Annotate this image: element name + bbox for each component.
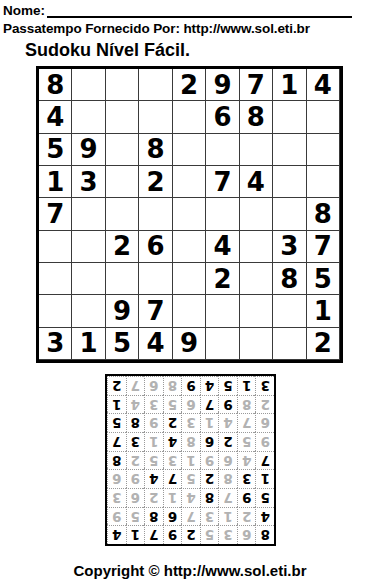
- solution-cell-r7c8: 8: [126, 413, 145, 432]
- puzzle-cell-r2c1: 4: [39, 101, 72, 133]
- solution-cell-r4c1: 1: [255, 469, 274, 488]
- solution-cell-r2c8: 5: [126, 507, 145, 526]
- solution-cell-r6c5: 8: [181, 432, 200, 451]
- solution-cell-r7c9: 5: [107, 413, 126, 432]
- puzzle-cell-r8c8: [273, 295, 306, 327]
- solution-cell-r8c1: 2: [255, 395, 274, 414]
- solution-cell-r4c3: 8: [218, 469, 237, 488]
- puzzle-cell-r7c5: [173, 263, 206, 295]
- solution-cell-r9c7: 6: [144, 376, 163, 395]
- solution-cell-r1c7: 7: [144, 525, 163, 544]
- solution-cell-r5c3: 6: [218, 451, 237, 470]
- puzzle-cell-r4c2: 3: [72, 166, 105, 198]
- puzzle-cell-r9c5: 9: [173, 328, 206, 360]
- puzzle-cell-r7c7: [240, 263, 273, 295]
- solution-cell-r2c7: 8: [144, 507, 163, 526]
- solution-cell-r5c1: 7: [255, 451, 274, 470]
- puzzle-cell-r3c9: [307, 134, 340, 166]
- solution-cell-r7c7: 9: [144, 413, 163, 432]
- puzzle-cell-r6c8: 3: [273, 231, 306, 263]
- puzzle-cell-r2c9: [307, 101, 340, 133]
- solution-cell-r1c1: 8: [255, 525, 274, 544]
- solution-cell-r6c9: 7: [107, 432, 126, 451]
- solution-cell-r4c9: 6: [107, 469, 126, 488]
- solution-cell-r9c8: 7: [126, 376, 145, 395]
- puzzle-cell-r6c2: [72, 231, 105, 263]
- solution-cell-r2c3: 1: [218, 507, 237, 526]
- solution-cell-r1c5: 2: [181, 525, 200, 544]
- solution-cell-r8c3: 9: [218, 395, 237, 414]
- puzzle-cell-r9c4: 4: [139, 328, 172, 360]
- puzzle-cell-r8c1: [39, 295, 72, 327]
- puzzle-cell-r8c5: [173, 295, 206, 327]
- solution-cell-r5c7: 5: [144, 451, 163, 470]
- puzzle-cell-r4c7: 4: [240, 166, 273, 198]
- puzzle-cell-r5c9: 8: [307, 198, 340, 230]
- puzzle-cell-r9c7: [240, 328, 273, 360]
- solution-cell-r9c1: 3: [255, 376, 274, 395]
- page-title: Sudoku Nível Fácil.: [25, 40, 190, 61]
- solution-cell-r7c2: 7: [237, 413, 256, 432]
- puzzle-cell-r5c8: [273, 198, 306, 230]
- puzzle-cell-r7c9: 5: [307, 263, 340, 295]
- puzzle-cell-r3c5: [173, 134, 206, 166]
- name-field-row: Nome:: [3, 3, 352, 18]
- solution-cell-r2c1: 4: [255, 507, 274, 526]
- puzzle-cell-r9c1: 3: [39, 328, 72, 360]
- puzzle-cell-r3c3: [106, 134, 139, 166]
- puzzle-cell-r3c1: 5: [39, 134, 72, 166]
- puzzle-cell-r9c3: 5: [106, 328, 139, 360]
- puzzle-cell-r1c5: 2: [173, 69, 206, 101]
- solution-cell-r3c2: 9: [237, 488, 256, 507]
- solution-cell-r2c4: 3: [200, 507, 219, 526]
- solution-cell-r6c2: 5: [237, 432, 256, 451]
- solution-cell-r6c7: 1: [144, 432, 163, 451]
- puzzle-cell-r4c4: 2: [139, 166, 172, 198]
- solution-cell-r4c5: 5: [181, 469, 200, 488]
- solution-cell-r4c2: 3: [237, 469, 256, 488]
- solution-cell-r8c9: 1: [107, 395, 126, 414]
- solution-cell-r3c1: 5: [255, 488, 274, 507]
- solution-cell-r7c1: 6: [255, 413, 274, 432]
- puzzle-cell-r1c1: 8: [39, 69, 72, 101]
- solution-cell-r1c4: 5: [200, 525, 219, 544]
- puzzle-cell-r8c7: [240, 295, 273, 327]
- solution-cell-r4c6: 7: [163, 469, 182, 488]
- puzzle-cell-r3c4: 8: [139, 134, 172, 166]
- solution-cell-r1c2: 6: [237, 525, 256, 544]
- solution-cell-r2c9: 9: [107, 507, 126, 526]
- solution-cell-r5c6: 3: [163, 451, 182, 470]
- solution-cell-r9c5: 9: [181, 376, 200, 395]
- puzzle-cell-r9c8: [273, 328, 306, 360]
- puzzle-cell-r2c7: 8: [240, 101, 273, 133]
- puzzle-cell-r7c3: [106, 263, 139, 295]
- puzzle-cell-r5c1: 7: [39, 198, 72, 230]
- puzzle-cell-r1c2: [72, 69, 105, 101]
- puzzle-cell-r7c6: 2: [206, 263, 239, 295]
- puzzle-cell-r1c8: 1: [273, 69, 306, 101]
- solution-cell-r3c4: 8: [200, 488, 219, 507]
- solution-cell-r1c6: 9: [163, 525, 182, 544]
- name-underline: [47, 4, 352, 18]
- puzzle-cell-r1c6: 9: [206, 69, 239, 101]
- puzzle-cell-r2c2: [72, 101, 105, 133]
- sudoku-page: Nome: Passatempo Fornecido Por: http://w…: [0, 0, 380, 585]
- puzzle-cell-r8c9: 1: [307, 295, 340, 327]
- solution-cell-r6c6: 4: [163, 432, 182, 451]
- puzzle-cell-r4c8: [273, 166, 306, 198]
- puzzle-cell-r6c5: [173, 231, 206, 263]
- puzzle-cell-r7c8: 8: [273, 263, 306, 295]
- puzzle-cell-r6c9: 7: [307, 231, 340, 263]
- puzzle-cell-r5c6: [206, 198, 239, 230]
- puzzle-cell-r7c4: [139, 263, 172, 295]
- solution-cell-r5c4: 9: [200, 451, 219, 470]
- solution-cell-r8c7: 3: [144, 395, 163, 414]
- puzzle-cell-r6c1: [39, 231, 72, 263]
- solution-cell-r9c6: 8: [163, 376, 182, 395]
- solution-cell-r1c9: 4: [107, 525, 126, 544]
- solution-cell-r5c5: 1: [181, 451, 200, 470]
- puzzle-cell-r8c3: 9: [106, 295, 139, 327]
- puzzle-cell-r5c7: [240, 198, 273, 230]
- puzzle-cell-r5c5: [173, 198, 206, 230]
- puzzle-cell-r9c9: 2: [307, 328, 340, 360]
- solution-cell-r8c4: 7: [200, 395, 219, 414]
- puzzle-cell-r8c6: [206, 295, 239, 327]
- solution-cell-r1c8: 1: [126, 525, 145, 544]
- puzzle-cell-r3c8: [273, 134, 306, 166]
- solution-cell-r7c6: 2: [163, 413, 182, 432]
- puzzle-cell-r2c5: [173, 101, 206, 133]
- solution-cell-r4c4: 2: [200, 469, 219, 488]
- puzzle-cell-r1c9: 4: [307, 69, 340, 101]
- solution-cell-r5c9: 8: [107, 451, 126, 470]
- puzzle-cell-r3c6: [206, 134, 239, 166]
- puzzle-cell-r4c1: 1: [39, 166, 72, 198]
- puzzle-cell-r6c6: 4: [206, 231, 239, 263]
- puzzle-cell-r5c2: [72, 198, 105, 230]
- solution-cell-r8c6: 5: [163, 395, 182, 414]
- puzzle-cell-r9c2: 1: [72, 328, 105, 360]
- puzzle-cell-r2c3: [106, 101, 139, 133]
- solution-cell-r8c2: 8: [237, 395, 256, 414]
- puzzle-cell-r9c6: [206, 328, 239, 360]
- solution-cell-r3c6: 1: [163, 488, 182, 507]
- sudoku-solution-grid-rotated: 8635297144213768595978412631382574967469…: [105, 374, 276, 546]
- solution-cell-r2c2: 2: [237, 507, 256, 526]
- solution-cell-r3c9: 3: [107, 488, 126, 507]
- puzzle-cell-r3c7: [240, 134, 273, 166]
- solution-cell-r6c8: 3: [126, 432, 145, 451]
- solution-cell-r5c2: 4: [237, 451, 256, 470]
- solution-cell-r7c5: 3: [181, 413, 200, 432]
- puzzle-cell-r1c7: 7: [240, 69, 273, 101]
- sudoku-puzzle-grid: 829714468598132747826437285971315492: [36, 66, 343, 363]
- puzzle-cell-r4c9: [307, 166, 340, 198]
- solution-cell-r4c8: 9: [126, 469, 145, 488]
- puzzle-cell-r1c3: [106, 69, 139, 101]
- puzzle-cell-r4c3: [106, 166, 139, 198]
- puzzle-cell-r7c2: [72, 263, 105, 295]
- solution-cell-r7c3: 4: [218, 413, 237, 432]
- copyright-line: Copyright © http://www.sol.eti.br: [0, 562, 380, 579]
- puzzle-cell-r4c5: [173, 166, 206, 198]
- solution-cell-r2c6: 6: [163, 507, 182, 526]
- puzzle-cell-r8c4: 7: [139, 295, 172, 327]
- solution-cell-r6c4: 6: [200, 432, 219, 451]
- solution-cell-r6c1: 9: [255, 432, 274, 451]
- puzzle-cell-r2c6: 6: [206, 101, 239, 133]
- solution-cell-r3c3: 7: [218, 488, 237, 507]
- solution-cell-r2c5: 7: [181, 507, 200, 526]
- puzzle-cell-r6c3: 2: [106, 231, 139, 263]
- solution-cell-r3c8: 6: [126, 488, 145, 507]
- solution-cell-r5c8: 2: [126, 451, 145, 470]
- solution-cell-r9c3: 5: [218, 376, 237, 395]
- puzzle-cell-r8c2: [72, 295, 105, 327]
- puzzle-cell-r6c7: [240, 231, 273, 263]
- solution-cell-r8c8: 4: [126, 395, 145, 414]
- solution-cell-r4c7: 4: [144, 469, 163, 488]
- puzzle-cell-r4c6: 7: [206, 166, 239, 198]
- solution-cell-r8c5: 6: [181, 395, 200, 414]
- solution-cell-r7c4: 1: [200, 413, 219, 432]
- solution-cell-r3c5: 4: [181, 488, 200, 507]
- puzzle-cell-r6c4: 6: [139, 231, 172, 263]
- solution-cell-r9c9: 2: [107, 376, 126, 395]
- puzzle-cell-r2c8: [273, 101, 306, 133]
- puzzle-cell-r2c4: [139, 101, 172, 133]
- solution-cell-r9c4: 4: [200, 376, 219, 395]
- solution-cell-r6c3: 2: [218, 432, 237, 451]
- name-label: Nome:: [3, 3, 45, 18]
- provider-line: Passatempo Fornecido Por: http://www.sol…: [3, 21, 310, 36]
- solution-cell-r1c3: 3: [218, 525, 237, 544]
- puzzle-cell-r1c4: [139, 69, 172, 101]
- puzzle-cell-r7c1: [39, 263, 72, 295]
- puzzle-cell-r5c4: [139, 198, 172, 230]
- solution-cell-r9c2: 1: [237, 376, 256, 395]
- solution-cell-r3c7: 2: [144, 488, 163, 507]
- puzzle-cell-r3c2: 9: [72, 134, 105, 166]
- puzzle-cell-r5c3: [106, 198, 139, 230]
